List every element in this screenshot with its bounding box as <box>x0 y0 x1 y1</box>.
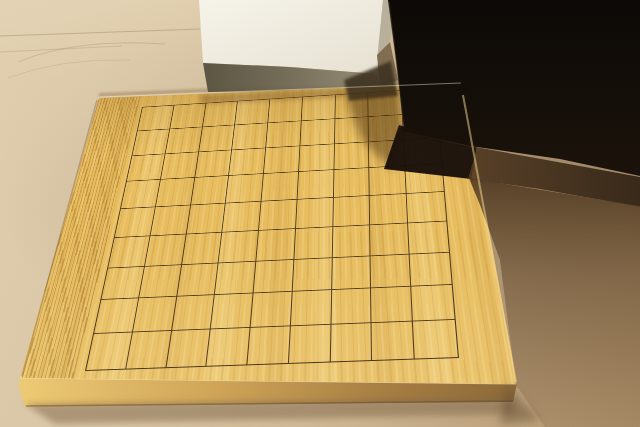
board-left-rim-shade <box>22 100 97 376</box>
photo-scene <box>0 0 640 427</box>
floor-shadow-right-of-board <box>469 178 640 427</box>
foreground-layer <box>0 0 640 427</box>
